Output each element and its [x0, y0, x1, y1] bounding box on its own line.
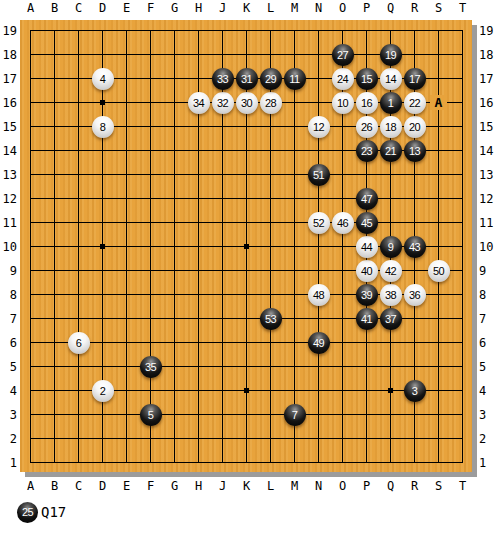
stone-white-6: 6	[68, 332, 90, 354]
caption-coordinate: Q17	[41, 504, 66, 520]
col-label-Q: Q	[379, 479, 403, 494]
row-label-10: 10	[1, 235, 17, 259]
col-label-L: L	[259, 479, 283, 494]
row-label-9: 9	[479, 259, 499, 283]
col-label-J: J	[211, 479, 235, 494]
col-label-K: K	[235, 1, 259, 16]
row-label-8: 8	[1, 283, 17, 307]
col-label-M: M	[283, 479, 307, 494]
col-label-K: K	[235, 479, 259, 494]
stone-black-15: 15	[356, 68, 378, 90]
row-label-6: 6	[1, 331, 17, 355]
row-label-12: 12	[1, 187, 17, 211]
row-labels-left: 19181716151413121110987654321	[1, 19, 17, 475]
stone-white-18: 18	[380, 116, 402, 138]
col-label-N: N	[307, 1, 331, 16]
col-label-B: B	[43, 1, 67, 16]
stone-white-12: 12	[308, 116, 330, 138]
stone-black-41: 41	[356, 308, 378, 330]
col-label-B: B	[43, 479, 67, 494]
row-label-1: 1	[479, 451, 499, 475]
stone-black-53: 53	[260, 308, 282, 330]
stone-white-24: 24	[332, 68, 354, 90]
col-label-T: T	[451, 479, 475, 494]
stone-black-31: 31	[236, 68, 258, 90]
caption-move-25: 25 Q17	[17, 501, 66, 523]
col-label-Q: Q	[379, 1, 403, 16]
col-label-D: D	[91, 479, 115, 494]
stone-black-11: 11	[284, 68, 306, 90]
stone-white-22: 22	[404, 92, 426, 114]
stone-white-40: 40	[356, 260, 378, 282]
star-point-K10	[244, 244, 249, 249]
point-marker-A: A	[430, 95, 447, 110]
col-label-S: S	[427, 1, 451, 16]
stone-white-20: 20	[404, 116, 426, 138]
stone-white-50: 50	[428, 260, 450, 282]
stone-white-48: 48	[308, 284, 330, 306]
star-point-K4	[244, 388, 249, 393]
col-label-C: C	[67, 479, 91, 494]
col-label-O: O	[331, 1, 355, 16]
stone-black-9: 9	[380, 236, 402, 258]
row-label-17: 17	[479, 67, 499, 91]
stone-black-45: 45	[356, 212, 378, 234]
row-label-14: 14	[1, 139, 17, 163]
stone-black-37: 37	[380, 308, 402, 330]
stone-black-27: 27	[332, 44, 354, 66]
col-label-H: H	[187, 479, 211, 494]
col-label-J: J	[211, 1, 235, 16]
stone-white-2: 2	[92, 380, 114, 402]
col-label-F: F	[139, 479, 163, 494]
stone-white-38: 38	[380, 284, 402, 306]
stone-white-14: 14	[380, 68, 402, 90]
stone-black-13: 13	[404, 140, 426, 162]
stone-black-43: 43	[404, 236, 426, 258]
row-label-5: 5	[479, 355, 499, 379]
column-labels-bottom: ABCDEFGHJKLMNOPQRST	[19, 479, 475, 494]
row-label-6: 6	[479, 331, 499, 355]
row-label-7: 7	[1, 307, 17, 331]
row-label-2: 2	[1, 427, 17, 451]
col-label-E: E	[115, 479, 139, 494]
row-label-17: 17	[1, 67, 17, 91]
stone-white-4: 4	[92, 68, 114, 90]
row-label-18: 18	[479, 43, 499, 67]
col-label-C: C	[67, 1, 91, 16]
caption-stone-black-25: 25	[17, 502, 38, 523]
row-label-19: 19	[1, 19, 17, 43]
row-label-19: 19	[479, 19, 499, 43]
row-label-11: 11	[1, 211, 17, 235]
stone-white-26: 26	[356, 116, 378, 138]
col-label-G: G	[163, 1, 187, 16]
stone-white-30: 30	[236, 92, 258, 114]
col-label-L: L	[259, 1, 283, 16]
stone-white-46: 46	[332, 212, 354, 234]
row-label-13: 13	[479, 163, 499, 187]
row-label-3: 3	[1, 403, 17, 427]
row-label-16: 16	[479, 91, 499, 115]
row-label-8: 8	[479, 283, 499, 307]
stone-black-29: 29	[260, 68, 282, 90]
row-label-10: 10	[479, 235, 499, 259]
stone-black-33: 33	[212, 68, 234, 90]
col-label-P: P	[355, 1, 379, 16]
stone-black-35: 35	[140, 356, 162, 378]
stone-black-21: 21	[380, 140, 402, 162]
stones-layer: 1234567891011121314151617181920212223242…	[19, 19, 475, 475]
col-label-G: G	[163, 479, 187, 494]
stone-black-5: 5	[140, 404, 162, 426]
stone-white-8: 8	[92, 116, 114, 138]
col-label-D: D	[91, 1, 115, 16]
col-label-M: M	[283, 1, 307, 16]
col-label-R: R	[403, 1, 427, 16]
row-label-16: 16	[1, 91, 17, 115]
go-board: 1234567891011121314151617181920212223242…	[20, 20, 472, 472]
col-label-N: N	[307, 479, 331, 494]
row-label-4: 4	[479, 379, 499, 403]
col-label-A: A	[19, 479, 43, 494]
stone-black-7: 7	[284, 404, 306, 426]
stone-black-19: 19	[380, 44, 402, 66]
col-label-F: F	[139, 1, 163, 16]
stone-white-16: 16	[356, 92, 378, 114]
col-label-O: O	[331, 479, 355, 494]
stone-black-23: 23	[356, 140, 378, 162]
stone-white-28: 28	[260, 92, 282, 114]
stone-black-39: 39	[356, 284, 378, 306]
star-point-D10	[100, 244, 105, 249]
stone-white-52: 52	[308, 212, 330, 234]
row-label-13: 13	[1, 163, 17, 187]
row-label-3: 3	[479, 403, 499, 427]
column-labels-top: ABCDEFGHJKLMNOPQRST	[19, 1, 475, 16]
col-label-E: E	[115, 1, 139, 16]
col-label-P: P	[355, 479, 379, 494]
stone-white-10: 10	[332, 92, 354, 114]
stone-black-49: 49	[308, 332, 330, 354]
row-label-9: 9	[1, 259, 17, 283]
col-label-R: R	[403, 479, 427, 494]
row-label-11: 11	[479, 211, 499, 235]
row-label-1: 1	[1, 451, 17, 475]
stone-black-51: 51	[308, 164, 330, 186]
row-label-12: 12	[479, 187, 499, 211]
star-point-Q4	[388, 388, 393, 393]
col-label-S: S	[427, 479, 451, 494]
go-kifu-diagram: ABCDEFGHJKLMNOPQRST ABCDEFGHJKLMNOPQRST …	[0, 0, 500, 537]
row-label-7: 7	[479, 307, 499, 331]
stone-black-3: 3	[404, 380, 426, 402]
star-point-D16	[100, 100, 105, 105]
col-label-T: T	[451, 1, 475, 16]
row-label-14: 14	[479, 139, 499, 163]
stone-white-32: 32	[212, 92, 234, 114]
row-label-2: 2	[479, 427, 499, 451]
stone-white-34: 34	[188, 92, 210, 114]
stone-black-47: 47	[356, 188, 378, 210]
row-labels-right: 19181716151413121110987654321	[479, 19, 499, 475]
row-label-5: 5	[1, 355, 17, 379]
stone-white-44: 44	[356, 236, 378, 258]
col-label-H: H	[187, 1, 211, 16]
stone-black-17: 17	[404, 68, 426, 90]
row-label-18: 18	[1, 43, 17, 67]
row-label-4: 4	[1, 379, 17, 403]
row-label-15: 15	[1, 115, 17, 139]
stone-white-36: 36	[404, 284, 426, 306]
stone-white-42: 42	[380, 260, 402, 282]
row-label-15: 15	[479, 115, 499, 139]
col-label-A: A	[19, 1, 43, 16]
stone-black-1: 1	[380, 92, 402, 114]
